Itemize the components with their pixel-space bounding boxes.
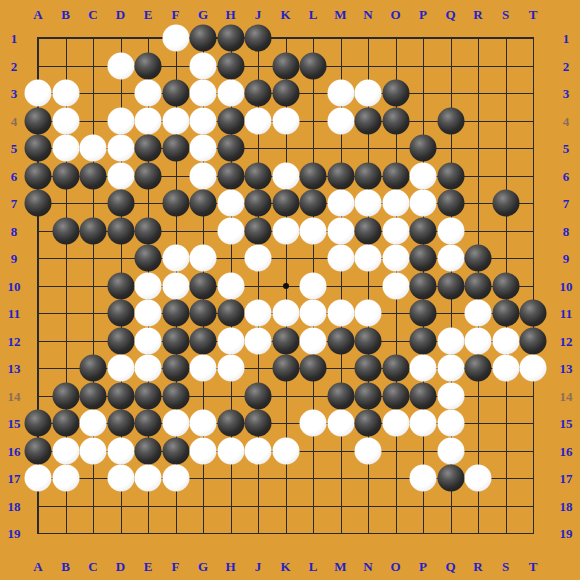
column-label: K: [280, 8, 290, 21]
stone-black[interactable]: [80, 355, 107, 382]
stone-white[interactable]: [135, 300, 162, 327]
stone-black[interactable]: [217, 52, 244, 79]
stone-black[interactable]: [25, 107, 52, 134]
star-point: [283, 283, 289, 289]
stone-white[interactable]: [217, 437, 244, 464]
row-label: 6: [11, 169, 18, 182]
stone-white[interactable]: [520, 355, 547, 382]
row-label: 14: [560, 389, 573, 402]
stone-white[interactable]: [245, 437, 272, 464]
row-label: 13: [560, 362, 573, 375]
stone-white[interactable]: [245, 245, 272, 272]
grid-line-horizontal: [38, 533, 533, 534]
stone-white[interactable]: [135, 80, 162, 107]
column-label: T: [529, 8, 538, 21]
stone-white[interactable]: [327, 80, 354, 107]
column-label: L: [309, 560, 318, 573]
stone-black[interactable]: [245, 25, 272, 52]
row-label: 11: [560, 307, 572, 320]
stone-black[interactable]: [465, 355, 492, 382]
stone-white[interactable]: [107, 355, 134, 382]
stone-black[interactable]: [107, 190, 134, 217]
stone-black[interactable]: [355, 355, 382, 382]
stone-white[interactable]: [162, 107, 189, 134]
row-label: 15: [560, 417, 573, 430]
row-label: 10: [8, 279, 21, 292]
stone-black[interactable]: [217, 107, 244, 134]
stone-white[interactable]: [437, 410, 464, 437]
column-label: B: [61, 560, 70, 573]
row-label: 17: [560, 472, 573, 485]
stone-black[interactable]: [217, 135, 244, 162]
stone-black[interactable]: [80, 382, 107, 409]
stone-black[interactable]: [217, 300, 244, 327]
stone-black[interactable]: [107, 272, 134, 299]
stone-black[interactable]: [135, 162, 162, 189]
stone-white[interactable]: [437, 245, 464, 272]
column-label: R: [473, 8, 482, 21]
stone-black[interactable]: [520, 327, 547, 354]
stone-black[interactable]: [25, 190, 52, 217]
stone-white[interactable]: [135, 272, 162, 299]
stone-black[interactable]: [410, 382, 437, 409]
grid-line-horizontal: [38, 506, 533, 507]
stone-black[interactable]: [190, 300, 217, 327]
column-label: K: [280, 560, 290, 573]
stone-black[interactable]: [245, 162, 272, 189]
row-label: 5: [11, 142, 18, 155]
stone-white[interactable]: [410, 410, 437, 437]
column-label: Q: [445, 560, 455, 573]
stone-white[interactable]: [107, 107, 134, 134]
column-label: S: [502, 8, 509, 21]
stone-white[interactable]: [355, 300, 382, 327]
row-label: 18: [560, 499, 573, 512]
stone-black[interactable]: [437, 107, 464, 134]
column-label: R: [473, 560, 482, 573]
stone-white[interactable]: [437, 355, 464, 382]
stone-white[interactable]: [382, 272, 409, 299]
stone-white[interactable]: [382, 410, 409, 437]
stone-black[interactable]: [272, 327, 299, 354]
column-label: P: [419, 560, 427, 573]
stone-white[interactable]: [327, 245, 354, 272]
stone-black[interactable]: [300, 190, 327, 217]
stone-black[interactable]: [272, 80, 299, 107]
stone-black[interactable]: [135, 217, 162, 244]
stone-black[interactable]: [245, 190, 272, 217]
stone-black[interactable]: [382, 382, 409, 409]
stone-white[interactable]: [245, 300, 272, 327]
stone-white[interactable]: [410, 465, 437, 492]
stone-black[interactable]: [135, 245, 162, 272]
row-label: 3: [11, 87, 18, 100]
stone-black[interactable]: [410, 327, 437, 354]
stone-black[interactable]: [25, 162, 52, 189]
stone-white[interactable]: [162, 465, 189, 492]
row-label: 12: [8, 334, 21, 347]
stone-white[interactable]: [410, 162, 437, 189]
stone-white[interactable]: [410, 190, 437, 217]
column-label: A: [33, 8, 42, 21]
stone-black[interactable]: [465, 272, 492, 299]
stone-white[interactable]: [190, 410, 217, 437]
stone-white[interactable]: [465, 465, 492, 492]
stone-black[interactable]: [25, 410, 52, 437]
stone-black[interactable]: [327, 162, 354, 189]
stone-white[interactable]: [135, 465, 162, 492]
stone-white[interactable]: [190, 80, 217, 107]
stone-white[interactable]: [52, 465, 79, 492]
stone-black[interactable]: [52, 410, 79, 437]
column-label: E: [144, 560, 153, 573]
row-label: 10: [560, 279, 573, 292]
stone-white[interactable]: [107, 135, 134, 162]
stone-black[interactable]: [410, 300, 437, 327]
row-label: 2: [563, 59, 570, 72]
column-label: G: [198, 8, 208, 21]
stone-black[interactable]: [52, 162, 79, 189]
stone-white[interactable]: [272, 107, 299, 134]
stone-black[interactable]: [382, 80, 409, 107]
stone-white[interactable]: [465, 300, 492, 327]
stone-black[interactable]: [355, 162, 382, 189]
stone-white[interactable]: [437, 217, 464, 244]
column-label: B: [61, 8, 70, 21]
stone-white[interactable]: [107, 437, 134, 464]
row-label: 11: [8, 307, 20, 320]
row-label: 17: [8, 472, 21, 485]
column-label: D: [116, 560, 125, 573]
stone-white[interactable]: [300, 410, 327, 437]
stone-white[interactable]: [300, 272, 327, 299]
column-label: M: [334, 8, 346, 21]
row-label: 9: [563, 252, 570, 265]
row-label: 18: [8, 499, 21, 512]
stone-black[interactable]: [217, 25, 244, 52]
stone-black[interactable]: [355, 382, 382, 409]
stone-black[interactable]: [410, 217, 437, 244]
stone-black[interactable]: [465, 245, 492, 272]
stone-black[interactable]: [492, 300, 519, 327]
stone-black[interactable]: [52, 382, 79, 409]
stone-black[interactable]: [52, 217, 79, 244]
row-label: 9: [11, 252, 18, 265]
stone-black[interactable]: [300, 355, 327, 382]
stone-white[interactable]: [355, 245, 382, 272]
row-label: 3: [563, 87, 570, 100]
stone-white[interactable]: [327, 217, 354, 244]
stone-white[interactable]: [272, 217, 299, 244]
stone-white[interactable]: [135, 107, 162, 134]
column-label: J: [255, 8, 262, 21]
stone-white[interactable]: [190, 52, 217, 79]
row-label: 1: [11, 32, 18, 45]
stone-black[interactable]: [327, 327, 354, 354]
stone-white[interactable]: [190, 162, 217, 189]
stone-black[interactable]: [217, 410, 244, 437]
row-label: 8: [563, 224, 570, 237]
stone-black[interactable]: [300, 162, 327, 189]
row-label: 4: [11, 114, 18, 127]
stone-white[interactable]: [162, 25, 189, 52]
stone-white[interactable]: [245, 327, 272, 354]
stone-black[interactable]: [25, 437, 52, 464]
stone-white[interactable]: [162, 245, 189, 272]
stone-black[interactable]: [410, 245, 437, 272]
column-label: O: [390, 8, 400, 21]
stone-white[interactable]: [135, 355, 162, 382]
row-label: 19: [560, 527, 573, 540]
stone-white[interactable]: [437, 437, 464, 464]
column-label: P: [419, 8, 427, 21]
stone-black[interactable]: [162, 80, 189, 107]
stone-white[interactable]: [327, 300, 354, 327]
stone-white[interactable]: [272, 300, 299, 327]
stone-white[interactable]: [190, 107, 217, 134]
column-label: J: [255, 560, 262, 573]
stone-black[interactable]: [135, 437, 162, 464]
stone-white[interactable]: [410, 355, 437, 382]
stone-black[interactable]: [437, 162, 464, 189]
row-label: 16: [560, 444, 573, 457]
stone-white[interactable]: [25, 465, 52, 492]
stone-white[interactable]: [162, 410, 189, 437]
stone-black[interactable]: [437, 272, 464, 299]
stone-white[interactable]: [355, 190, 382, 217]
stone-white[interactable]: [162, 272, 189, 299]
row-label: 8: [11, 224, 18, 237]
column-label: H: [225, 8, 235, 21]
stone-black[interactable]: [107, 217, 134, 244]
stone-white[interactable]: [25, 80, 52, 107]
stone-black[interactable]: [80, 217, 107, 244]
stone-white[interactable]: [217, 327, 244, 354]
stone-black[interactable]: [162, 355, 189, 382]
column-label: C: [88, 560, 97, 573]
stone-white[interactable]: [272, 162, 299, 189]
stone-white[interactable]: [80, 410, 107, 437]
stone-black[interactable]: [492, 190, 519, 217]
stone-white[interactable]: [190, 245, 217, 272]
stone-black[interactable]: [382, 162, 409, 189]
stone-white[interactable]: [80, 135, 107, 162]
stone-black[interactable]: [245, 382, 272, 409]
row-label: 14: [8, 389, 21, 402]
stone-black[interactable]: [245, 80, 272, 107]
column-label: T: [529, 560, 538, 573]
stone-white[interactable]: [327, 190, 354, 217]
stone-black[interactable]: [135, 410, 162, 437]
stone-black[interactable]: [162, 327, 189, 354]
stone-black[interactable]: [355, 107, 382, 134]
column-label: H: [225, 560, 235, 573]
stone-black[interactable]: [272, 190, 299, 217]
stone-white[interactable]: [52, 135, 79, 162]
stone-white[interactable]: [107, 465, 134, 492]
stone-white[interactable]: [300, 300, 327, 327]
stone-black[interactable]: [272, 52, 299, 79]
stone-white[interactable]: [217, 355, 244, 382]
stone-black[interactable]: [162, 437, 189, 464]
row-label: 15: [8, 417, 21, 430]
stone-black[interactable]: [382, 355, 409, 382]
stone-black[interactable]: [355, 410, 382, 437]
stone-white[interactable]: [327, 410, 354, 437]
stone-white[interactable]: [355, 437, 382, 464]
stone-white[interactable]: [492, 327, 519, 354]
stone-black[interactable]: [162, 135, 189, 162]
stone-white[interactable]: [217, 80, 244, 107]
stone-white[interactable]: [382, 245, 409, 272]
column-label: S: [502, 560, 509, 573]
stone-black[interactable]: [327, 382, 354, 409]
column-label: E: [144, 8, 153, 21]
stone-black[interactable]: [437, 190, 464, 217]
stone-white[interactable]: [52, 107, 79, 134]
stone-black[interactable]: [217, 162, 244, 189]
stone-white[interactable]: [217, 190, 244, 217]
column-label: L: [309, 8, 318, 21]
column-label: N: [363, 8, 372, 21]
grid-line-vertical: [533, 38, 534, 533]
stone-black[interactable]: [107, 410, 134, 437]
stone-black[interactable]: [107, 300, 134, 327]
stone-white[interactable]: [327, 107, 354, 134]
stone-black[interactable]: [80, 162, 107, 189]
stone-black[interactable]: [382, 107, 409, 134]
stone-white[interactable]: [437, 327, 464, 354]
stone-white[interactable]: [190, 437, 217, 464]
stone-white[interactable]: [217, 272, 244, 299]
stone-black[interactable]: [162, 300, 189, 327]
stone-black[interactable]: [245, 217, 272, 244]
column-label: O: [390, 560, 400, 573]
column-label: D: [116, 8, 125, 21]
stone-white[interactable]: [382, 217, 409, 244]
stone-black[interactable]: [107, 382, 134, 409]
stone-white[interactable]: [437, 382, 464, 409]
stone-black[interactable]: [162, 382, 189, 409]
column-label: N: [363, 560, 372, 573]
stone-white[interactable]: [135, 327, 162, 354]
stone-black[interactable]: [190, 190, 217, 217]
row-label: 5: [563, 142, 570, 155]
stone-white[interactable]: [382, 190, 409, 217]
stone-white[interactable]: [52, 437, 79, 464]
stone-black[interactable]: [410, 272, 437, 299]
column-label: C: [88, 8, 97, 21]
stone-black[interactable]: [162, 190, 189, 217]
stone-black[interactable]: [355, 327, 382, 354]
row-label: 4: [563, 114, 570, 127]
stone-white[interactable]: [272, 437, 299, 464]
go-board-app: ABCDEFGHJKLMNOPQRST ABCDEFGHJKLMNOPQRST …: [0, 0, 580, 580]
stone-black[interactable]: [190, 327, 217, 354]
stone-white[interactable]: [245, 107, 272, 134]
row-label: 7: [11, 197, 18, 210]
stone-black[interactable]: [190, 25, 217, 52]
column-label: M: [334, 560, 346, 573]
stone-white[interactable]: [107, 162, 134, 189]
stone-black[interactable]: [245, 410, 272, 437]
row-label: 19: [8, 527, 21, 540]
stone-black[interactable]: [355, 217, 382, 244]
stone-black[interactable]: [25, 135, 52, 162]
column-label: F: [172, 560, 180, 573]
column-label: F: [172, 8, 180, 21]
row-label: 1: [563, 32, 570, 45]
stone-white[interactable]: [52, 80, 79, 107]
column-label: G: [198, 560, 208, 573]
stone-black[interactable]: [135, 135, 162, 162]
row-label: 2: [11, 59, 18, 72]
row-label: 16: [8, 444, 21, 457]
column-label: A: [33, 560, 42, 573]
stone-white[interactable]: [300, 327, 327, 354]
stone-white[interactable]: [465, 327, 492, 354]
stone-black[interactable]: [300, 52, 327, 79]
stone-white[interactable]: [190, 355, 217, 382]
row-label: 12: [560, 334, 573, 347]
stone-black[interactable]: [520, 300, 547, 327]
stone-white[interactable]: [355, 80, 382, 107]
stone-white[interactable]: [300, 217, 327, 244]
stone-black[interactable]: [272, 355, 299, 382]
stone-black[interactable]: [190, 272, 217, 299]
stone-black[interactable]: [410, 135, 437, 162]
stone-black[interactable]: [437, 465, 464, 492]
stone-white[interactable]: [190, 135, 217, 162]
stone-black[interactable]: [135, 52, 162, 79]
stone-black[interactable]: [107, 327, 134, 354]
stone-white[interactable]: [492, 355, 519, 382]
row-label: 6: [563, 169, 570, 182]
stone-white[interactable]: [80, 437, 107, 464]
column-label: Q: [445, 8, 455, 21]
row-label: 7: [563, 197, 570, 210]
stone-black[interactable]: [492, 272, 519, 299]
stone-white[interactable]: [107, 52, 134, 79]
stone-black[interactable]: [135, 382, 162, 409]
stone-white[interactable]: [217, 217, 244, 244]
row-label: 13: [8, 362, 21, 375]
